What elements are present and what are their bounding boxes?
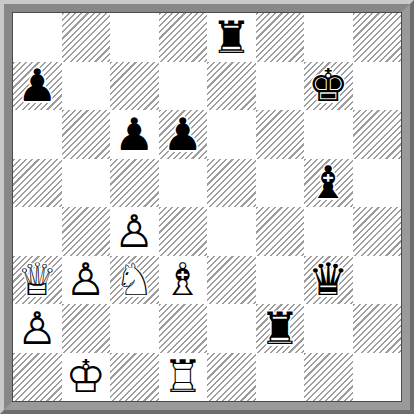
square-d2[interactable]	[159, 304, 208, 353]
piece-glyph: ♝	[304, 159, 353, 208]
square-d3[interactable]: ♝♗	[159, 256, 208, 305]
square-h5[interactable]	[353, 159, 402, 208]
white-knight-icon: ♞♘	[110, 256, 159, 305]
square-g4[interactable]	[304, 207, 353, 256]
white-king-icon: ♚♔	[62, 353, 111, 402]
square-g8[interactable]	[304, 13, 353, 62]
square-f5[interactable]	[256, 159, 305, 208]
square-e3[interactable]	[207, 256, 256, 305]
square-b5[interactable]	[62, 159, 111, 208]
piece-glyph: ♙	[110, 207, 159, 256]
square-g6[interactable]	[304, 110, 353, 159]
white-pawn-icon: ♟♙	[62, 256, 111, 305]
square-b4[interactable]	[62, 207, 111, 256]
square-b7[interactable]	[62, 62, 111, 111]
square-b8[interactable]	[62, 13, 111, 62]
white-queen-icon: ♛♕	[13, 256, 62, 305]
square-c2[interactable]	[110, 304, 159, 353]
square-h4[interactable]	[353, 207, 402, 256]
black-queen-icon: ♛♛	[304, 256, 353, 305]
square-h1[interactable]	[353, 353, 402, 402]
square-a4[interactable]	[13, 207, 62, 256]
square-c3[interactable]: ♞♘	[110, 256, 159, 305]
chess-diagram: ♜♜♟♟♚♚♟♟♟♟♝♝♟♙♛♕♟♙♞♘♝♗♛♛♟♙♜♜♚♔♜♖	[0, 0, 414, 414]
black-pawn-icon: ♟♟	[159, 110, 208, 159]
square-c4[interactable]: ♟♙	[110, 207, 159, 256]
white-pawn-icon: ♟♙	[13, 304, 62, 353]
square-d6[interactable]: ♟♟	[159, 110, 208, 159]
square-d4[interactable]	[159, 207, 208, 256]
black-pawn-icon: ♟♟	[13, 62, 62, 111]
piece-glyph: ♖	[159, 353, 208, 402]
square-f3[interactable]	[256, 256, 305, 305]
board-frame-mid: ♜♜♟♟♚♚♟♟♟♟♝♝♟♙♛♕♟♙♞♘♝♗♛♛♟♙♜♜♚♔♜♖	[4, 4, 410, 410]
piece-glyph: ♜	[207, 13, 256, 62]
piece-glyph: ♘	[110, 256, 159, 305]
square-g1[interactable]	[304, 353, 353, 402]
square-e4[interactable]	[207, 207, 256, 256]
square-d7[interactable]	[159, 62, 208, 111]
piece-glyph: ♟	[110, 110, 159, 159]
piece-glyph: ♟	[159, 110, 208, 159]
piece-glyph: ♟	[13, 62, 62, 111]
square-a2[interactable]: ♟♙	[13, 304, 62, 353]
board-frame-inner-rule: ♜♜♟♟♚♚♟♟♟♟♝♝♟♙♛♕♟♙♞♘♝♗♛♛♟♙♜♜♚♔♜♖	[12, 12, 402, 402]
black-pawn-icon: ♟♟	[110, 110, 159, 159]
square-e7[interactable]	[207, 62, 256, 111]
piece-glyph: ♚	[304, 62, 353, 111]
square-f8[interactable]	[256, 13, 305, 62]
white-rook-icon: ♜♖	[159, 353, 208, 402]
piece-glyph: ♙	[62, 256, 111, 305]
square-h8[interactable]	[353, 13, 402, 62]
square-a5[interactable]	[13, 159, 62, 208]
square-d5[interactable]	[159, 159, 208, 208]
square-b1[interactable]: ♚♔	[62, 353, 111, 402]
square-g3[interactable]: ♛♛	[304, 256, 353, 305]
square-e5[interactable]	[207, 159, 256, 208]
square-f6[interactable]	[256, 110, 305, 159]
square-e8[interactable]: ♜♜	[207, 13, 256, 62]
black-rook-icon: ♜♜	[256, 304, 305, 353]
square-f4[interactable]	[256, 207, 305, 256]
square-h2[interactable]	[353, 304, 402, 353]
black-king-icon: ♚♚	[304, 62, 353, 111]
square-b3[interactable]: ♟♙	[62, 256, 111, 305]
square-e6[interactable]	[207, 110, 256, 159]
square-d8[interactable]	[159, 13, 208, 62]
square-b6[interactable]	[62, 110, 111, 159]
square-c8[interactable]	[110, 13, 159, 62]
square-h7[interactable]	[353, 62, 402, 111]
piece-glyph: ♛	[304, 256, 353, 305]
square-a8[interactable]	[13, 13, 62, 62]
piece-glyph: ♔	[62, 353, 111, 402]
square-a7[interactable]: ♟♟	[13, 62, 62, 111]
square-h6[interactable]	[353, 110, 402, 159]
square-e1[interactable]	[207, 353, 256, 402]
piece-glyph: ♗	[159, 256, 208, 305]
black-rook-icon: ♜♜	[207, 13, 256, 62]
black-bishop-icon: ♝♝	[304, 159, 353, 208]
square-a3[interactable]: ♛♕	[13, 256, 62, 305]
square-e2[interactable]	[207, 304, 256, 353]
square-d1[interactable]: ♜♖	[159, 353, 208, 402]
piece-glyph: ♙	[13, 304, 62, 353]
square-b2[interactable]	[62, 304, 111, 353]
square-g5[interactable]: ♝♝	[304, 159, 353, 208]
piece-glyph: ♕	[13, 256, 62, 305]
board-frame-outer: ♜♜♟♟♚♚♟♟♟♟♝♝♟♙♛♕♟♙♞♘♝♗♛♛♟♙♜♜♚♔♜♖	[0, 0, 414, 414]
square-c5[interactable]	[110, 159, 159, 208]
square-f7[interactable]	[256, 62, 305, 111]
square-f1[interactable]	[256, 353, 305, 402]
square-a1[interactable]	[13, 353, 62, 402]
square-c6[interactable]: ♟♟	[110, 110, 159, 159]
chess-board: ♜♜♟♟♚♚♟♟♟♟♝♝♟♙♛♕♟♙♞♘♝♗♛♛♟♙♜♜♚♔♜♖	[13, 13, 401, 401]
square-g7[interactable]: ♚♚	[304, 62, 353, 111]
square-f2[interactable]: ♜♜	[256, 304, 305, 353]
square-a6[interactable]	[13, 110, 62, 159]
piece-glyph: ♜	[256, 304, 305, 353]
white-bishop-icon: ♝♗	[159, 256, 208, 305]
white-pawn-icon: ♟♙	[110, 207, 159, 256]
square-c1[interactable]	[110, 353, 159, 402]
square-c7[interactable]	[110, 62, 159, 111]
square-g2[interactable]	[304, 304, 353, 353]
square-h3[interactable]	[353, 256, 402, 305]
